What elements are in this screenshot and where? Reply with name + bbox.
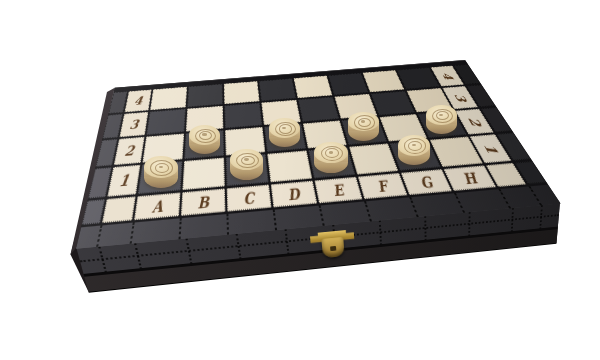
rank-label-right-4-text: 4 — [438, 72, 455, 80]
rank-label-right-1-text: 1 — [479, 143, 500, 154]
frame-groove-8 — [454, 193, 465, 213]
frame-groove-2 — [179, 218, 182, 239]
piece-h2[interactable] — [426, 105, 457, 134]
rank-label-left-1: 1 — [107, 165, 140, 197]
square-b4[interactable] — [187, 84, 222, 107]
piece-part — [314, 142, 347, 163]
file-label-b-text: B — [197, 193, 209, 212]
rank-label-left-2: 2 — [114, 137, 145, 165]
piece-f2[interactable] — [348, 112, 379, 141]
file-label-g: G — [401, 169, 452, 195]
board-box-photo: 44332211ABCDEFGH — [0, 0, 600, 360]
piece-ring — [155, 163, 169, 173]
frame-groove-0 — [96, 225, 102, 247]
frame-groove-6 — [364, 201, 372, 221]
file-label-a-text: A — [151, 197, 163, 216]
square-b1[interactable] — [182, 158, 224, 191]
piece-part — [269, 118, 300, 138]
piece-part — [348, 112, 379, 132]
rank-label-left-4-text: 4 — [133, 94, 143, 108]
piece-ring — [202, 133, 206, 136]
frame-groove-7 — [409, 197, 418, 217]
file-label-g-text: G — [417, 173, 435, 191]
clasp-slot — [330, 246, 336, 251]
file-label-e-text: E — [331, 181, 345, 199]
piece-ring — [244, 158, 248, 161]
piece-part — [189, 125, 221, 145]
file-label-c-text: C — [243, 189, 255, 208]
square-a3[interactable] — [146, 109, 185, 135]
file-label-d-text: D — [286, 185, 300, 204]
rank-label-right-2-text: 2 — [464, 116, 484, 126]
square-e4[interactable] — [294, 76, 333, 99]
piece-ring — [279, 124, 292, 133]
frame-groove-9 — [498, 189, 511, 208]
square-d4[interactable] — [259, 78, 296, 101]
piece-part — [144, 156, 178, 178]
square-a4[interactable] — [150, 87, 187, 111]
frame-groove-10 — [528, 186, 542, 205]
square-f4[interactable] — [328, 73, 368, 95]
rank-label-left-3-text: 3 — [129, 117, 140, 132]
corner-cell-left — [102, 196, 136, 223]
piece-c1[interactable] — [230, 149, 263, 180]
file-label-a: A — [134, 192, 180, 220]
frame-groove-1 — [130, 222, 135, 243]
piece-ring — [329, 151, 333, 154]
file-label-c: C — [227, 185, 272, 212]
piece-ring — [361, 120, 365, 123]
rank-label-left-4: 4 — [125, 89, 152, 112]
rank-label-right-3-text: 3 — [451, 93, 469, 102]
file-label-h-text: H — [459, 169, 480, 187]
file-label-f: F — [358, 173, 408, 199]
frame-groove-4 — [273, 210, 277, 231]
board-grid: 44332211ABCDEFGH — [115, 61, 466, 89]
piece-d2[interactable] — [269, 118, 300, 148]
square-d1[interactable] — [267, 150, 312, 182]
rank-label-left-2-text: 2 — [124, 142, 136, 159]
piece-a1[interactable] — [144, 156, 178, 188]
frame-groove-3 — [226, 214, 229, 235]
rank-label-left-1-text: 1 — [118, 171, 131, 190]
square-c4[interactable] — [224, 81, 260, 104]
piece-ring — [408, 141, 422, 151]
square-c3[interactable] — [224, 103, 262, 129]
piece-part — [398, 135, 431, 156]
file-label-f-text: F — [375, 177, 390, 195]
piece-e1[interactable] — [314, 142, 347, 173]
frame-groove-5 — [319, 205, 325, 225]
file-label-e: E — [314, 177, 362, 203]
piece-g1[interactable] — [398, 135, 431, 166]
file-label-d: D — [271, 181, 317, 208]
piece-part — [426, 105, 457, 125]
square-e3[interactable] — [298, 97, 339, 122]
file-label-b: B — [181, 188, 225, 215]
rank-label-left-3: 3 — [119, 112, 148, 137]
piece-b2[interactable] — [189, 125, 221, 155]
